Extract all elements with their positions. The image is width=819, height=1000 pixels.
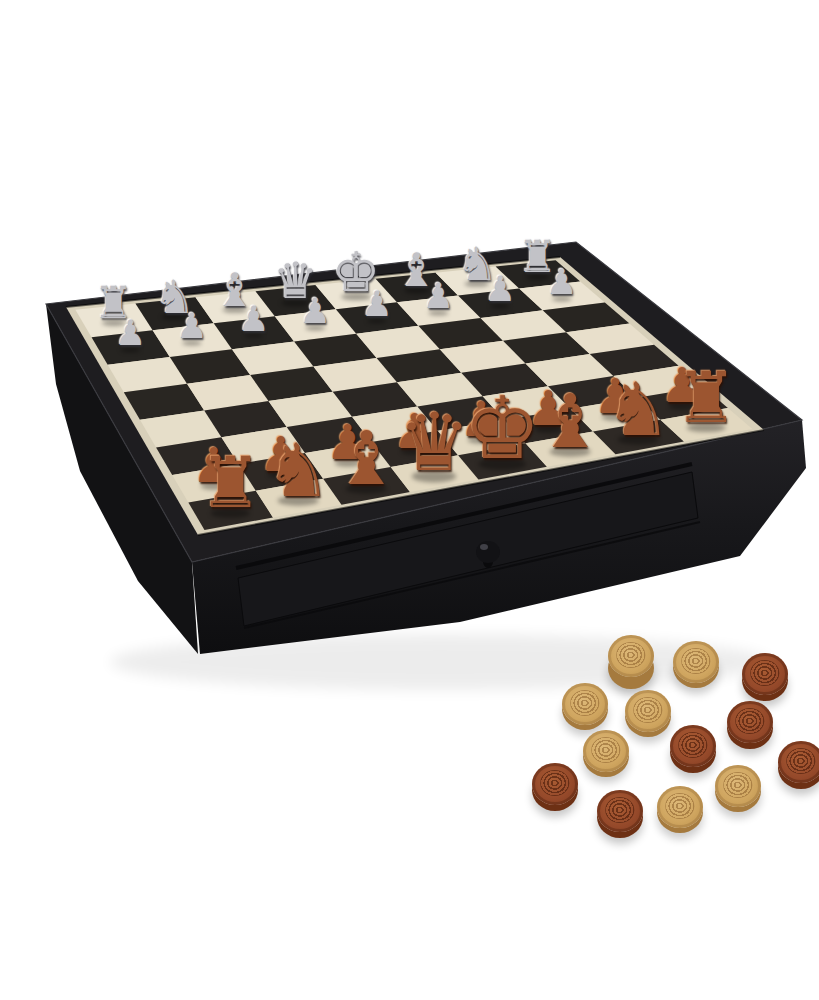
- golf-chess-checkers-set-photo: Golf-themed chess and checkers set: silv…: [40, 16, 819, 1000]
- drawer-knob: [476, 541, 500, 563]
- chess-case-svg: [40, 16, 819, 1000]
- drawer-knob-highlight: [480, 544, 488, 550]
